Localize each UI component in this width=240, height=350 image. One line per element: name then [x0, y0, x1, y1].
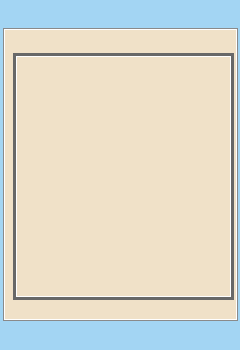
app-window [0, 0, 240, 350]
board-markings [13, 53, 228, 294]
